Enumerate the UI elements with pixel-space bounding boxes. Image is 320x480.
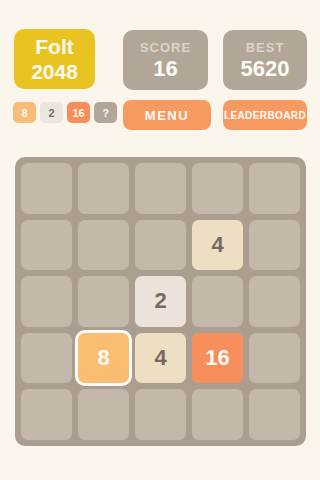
score-box: SCORE 16: [123, 30, 208, 90]
app-logo: Folt 2048: [14, 29, 95, 89]
board-cell: [249, 163, 300, 214]
board-cell: 16: [192, 333, 243, 384]
logo-line1: Folt: [35, 34, 73, 59]
legend-tile-8: 8: [13, 102, 36, 123]
best-label: BEST: [246, 39, 285, 56]
tile-4: 4: [135, 333, 186, 384]
board-cell: [192, 389, 243, 440]
board-cell: [78, 389, 129, 440]
board-cell: [135, 163, 186, 214]
legend-tile-?: ?: [94, 102, 117, 123]
tile-16: 16: [192, 333, 243, 384]
legend-tile-16: 16: [67, 102, 90, 123]
best-value: 5620: [241, 56, 290, 81]
board-cell: [21, 389, 72, 440]
board-cell: [192, 276, 243, 327]
board-cell: 4: [192, 220, 243, 271]
board-cell: [249, 333, 300, 384]
tile-4: 4: [192, 220, 243, 271]
leaderboard-button[interactable]: LEADERBOARD: [223, 100, 307, 130]
board-cell: [78, 163, 129, 214]
tile-8: 8: [78, 333, 129, 384]
game-screen: Folt 2048 SCORE 16 BEST 5620 8216? MENU …: [0, 0, 320, 480]
board-cell: 8: [78, 333, 129, 384]
board-cell: [21, 333, 72, 384]
game-board[interactable]: 428416: [15, 157, 306, 446]
board-cell: [21, 163, 72, 214]
tile-legend: 8216?: [13, 102, 117, 123]
board-cell: [192, 163, 243, 214]
score-label: SCORE: [140, 39, 191, 56]
board-cell: [21, 220, 72, 271]
legend-tile-2: 2: [40, 102, 63, 123]
board-cell: 4: [135, 333, 186, 384]
menu-button[interactable]: MENU: [123, 100, 211, 130]
best-box: BEST 5620: [223, 30, 307, 90]
score-value: 16: [153, 56, 177, 81]
board-cell: [78, 220, 129, 271]
board-cell: [21, 276, 72, 327]
tile-2: 2: [135, 276, 186, 327]
board-cell: [249, 220, 300, 271]
board-cell: [249, 276, 300, 327]
logo-line2: 2048: [31, 59, 78, 84]
board-cell: 2: [135, 276, 186, 327]
board-cell: [78, 276, 129, 327]
board-cell: [135, 389, 186, 440]
board-cell: [135, 220, 186, 271]
board-cell: [249, 389, 300, 440]
